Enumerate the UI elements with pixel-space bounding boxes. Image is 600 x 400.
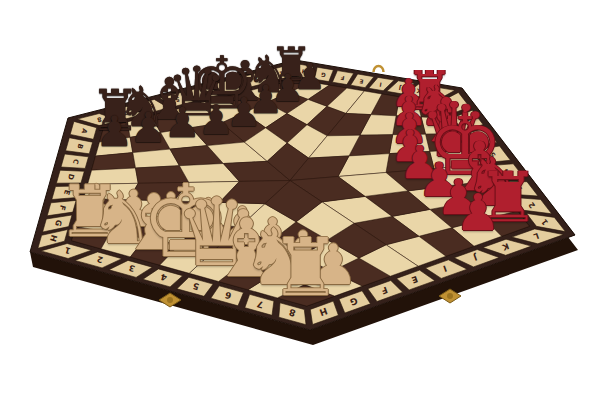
photo-scene: 87654321HGFEIJKL87654321LKJIEFGH87654321… (0, 0, 600, 400)
black-pawn-piece[interactable]: ♟ (130, 107, 167, 149)
white-rook-piece[interactable]: ♜ (270, 228, 341, 307)
black-pawn-piece[interactable]: ♟ (198, 99, 235, 140)
black-pawn-piece[interactable]: ♟ (164, 103, 201, 144)
brass-hinge-icon (374, 66, 384, 72)
red-pawn-piece[interactable]: ♟ (455, 189, 500, 240)
black-pawn-piece[interactable]: ♟ (96, 111, 134, 153)
